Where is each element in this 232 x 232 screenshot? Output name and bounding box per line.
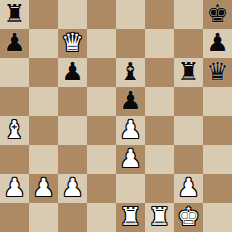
piece-black-bishop[interactable]: ♝ <box>119 57 141 86</box>
piece-black-rook[interactable]: ♜ <box>3 0 25 28</box>
piece-black-queen[interactable]: ♛ <box>206 57 228 86</box>
square-a6[interactable] <box>0 58 29 87</box>
square-e4[interactable]: ♟ <box>116 116 145 145</box>
square-a8[interactable]: ♜ <box>0 0 29 29</box>
square-g4[interactable] <box>174 116 203 145</box>
square-c8[interactable] <box>58 0 87 29</box>
square-h1[interactable] <box>203 203 232 232</box>
square-a1[interactable] <box>0 203 29 232</box>
square-d7[interactable] <box>87 29 116 58</box>
piece-black-pawn[interactable]: ♟ <box>61 57 83 86</box>
square-a7[interactable]: ♟ <box>0 29 29 58</box>
square-a3[interactable] <box>0 145 29 174</box>
square-a2[interactable]: ♟ <box>0 174 29 203</box>
square-h6[interactable]: ♛ <box>203 58 232 87</box>
square-g7[interactable] <box>174 29 203 58</box>
square-c2[interactable]: ♟ <box>58 174 87 203</box>
square-g6[interactable]: ♜ <box>174 58 203 87</box>
square-f3[interactable] <box>145 145 174 174</box>
square-d8[interactable] <box>87 0 116 29</box>
square-f5[interactable] <box>145 87 174 116</box>
square-b5[interactable] <box>29 87 58 116</box>
square-e6[interactable]: ♝ <box>116 58 145 87</box>
square-b7[interactable] <box>29 29 58 58</box>
piece-white-pawn[interactable]: ♟ <box>61 173 83 202</box>
square-c4[interactable] <box>58 116 87 145</box>
square-a5[interactable] <box>0 87 29 116</box>
square-f8[interactable] <box>145 0 174 29</box>
square-e1[interactable]: ♜ <box>116 203 145 232</box>
square-g1[interactable]: ♚ <box>174 203 203 232</box>
square-h5[interactable] <box>203 87 232 116</box>
square-g2[interactable]: ♟ <box>174 174 203 203</box>
square-h8[interactable]: ♚ <box>203 0 232 29</box>
piece-white-king[interactable]: ♚ <box>177 202 199 231</box>
piece-black-pawn[interactable]: ♟ <box>3 28 25 57</box>
square-d2[interactable] <box>87 174 116 203</box>
square-c5[interactable] <box>58 87 87 116</box>
square-d5[interactable] <box>87 87 116 116</box>
square-h4[interactable] <box>203 116 232 145</box>
piece-white-rook[interactable]: ♜ <box>148 202 170 231</box>
square-g3[interactable] <box>174 145 203 174</box>
chess-board: ♜♚♟♛♟♟♝♜♛♟♝♟♟♟♟♟♟♜♜♚ <box>0 0 232 232</box>
square-f1[interactable]: ♜ <box>145 203 174 232</box>
piece-white-pawn[interactable]: ♟ <box>177 173 199 202</box>
square-c3[interactable] <box>58 145 87 174</box>
piece-white-bishop[interactable]: ♝ <box>3 115 25 144</box>
square-c1[interactable] <box>58 203 87 232</box>
piece-black-king[interactable]: ♚ <box>206 0 228 28</box>
square-b8[interactable] <box>29 0 58 29</box>
square-d4[interactable] <box>87 116 116 145</box>
square-g5[interactable] <box>174 87 203 116</box>
square-c6[interactable]: ♟ <box>58 58 87 87</box>
square-h3[interactable] <box>203 145 232 174</box>
square-d6[interactable] <box>87 58 116 87</box>
piece-black-pawn[interactable]: ♟ <box>206 28 228 57</box>
square-e2[interactable] <box>116 174 145 203</box>
piece-white-pawn[interactable]: ♟ <box>32 173 54 202</box>
square-b6[interactable] <box>29 58 58 87</box>
square-b1[interactable] <box>29 203 58 232</box>
square-h7[interactable]: ♟ <box>203 29 232 58</box>
square-f6[interactable] <box>145 58 174 87</box>
piece-black-rook[interactable]: ♜ <box>177 57 199 86</box>
square-b3[interactable] <box>29 145 58 174</box>
piece-white-pawn[interactable]: ♟ <box>119 115 141 144</box>
piece-black-pawn[interactable]: ♟ <box>119 86 141 115</box>
piece-white-rook[interactable]: ♜ <box>119 202 141 231</box>
square-g8[interactable] <box>174 0 203 29</box>
square-e8[interactable] <box>116 0 145 29</box>
square-e5[interactable]: ♟ <box>116 87 145 116</box>
piece-white-pawn[interactable]: ♟ <box>119 144 141 173</box>
square-e7[interactable] <box>116 29 145 58</box>
square-b2[interactable]: ♟ <box>29 174 58 203</box>
square-a4[interactable]: ♝ <box>0 116 29 145</box>
square-f4[interactable] <box>145 116 174 145</box>
square-d3[interactable] <box>87 145 116 174</box>
square-h2[interactable] <box>203 174 232 203</box>
piece-white-queen[interactable]: ♛ <box>61 28 83 57</box>
piece-white-pawn[interactable]: ♟ <box>3 173 25 202</box>
square-d1[interactable] <box>87 203 116 232</box>
square-e3[interactable]: ♟ <box>116 145 145 174</box>
square-f7[interactable] <box>145 29 174 58</box>
square-c7[interactable]: ♛ <box>58 29 87 58</box>
square-f2[interactable] <box>145 174 174 203</box>
square-b4[interactable] <box>29 116 58 145</box>
